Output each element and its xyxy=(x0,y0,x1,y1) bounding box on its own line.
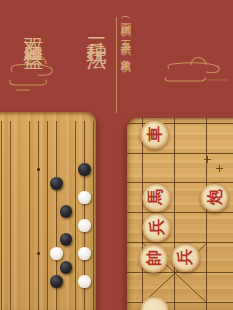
xiangqi-board: 車馬炮兵帥兵 xyxy=(127,118,233,310)
title-main-vertical: 双面棋盘 xyxy=(24,22,44,38)
xiangqi-piece-red-chariot: 車 xyxy=(140,120,169,149)
black-stone xyxy=(50,177,63,190)
black-stone xyxy=(78,163,91,176)
white-stone xyxy=(78,191,91,204)
piece-character: 車 xyxy=(147,126,163,142)
black-stone xyxy=(50,275,63,288)
white-stone xyxy=(78,219,91,232)
cloud-left-icon xyxy=(8,48,60,94)
piece-character: 馬 xyxy=(148,189,164,205)
xiangqi-piece-red-general: 帥 xyxy=(139,244,168,273)
white-stone xyxy=(78,275,91,288)
black-stone xyxy=(60,205,73,218)
black-stone xyxy=(60,233,73,246)
black-stone xyxy=(60,261,73,274)
piece-character: 兵 xyxy=(149,219,165,235)
xiangqi-piece-red-horse: 馬 xyxy=(142,183,171,212)
title-sub-vertical: 三种玩法 xyxy=(87,22,107,38)
white-stone xyxy=(50,247,63,260)
product-photo-canvas: 双面棋盘 三种玩法 （圍棋／五子棋／象棋） 車馬炮兵帥兵 xyxy=(0,0,233,310)
piece-character: 帥 xyxy=(146,250,162,266)
divider-line xyxy=(116,17,117,113)
star-point xyxy=(37,252,40,255)
piece-character: 炮 xyxy=(207,189,223,205)
go-board xyxy=(0,112,96,310)
piece-character: 兵 xyxy=(177,249,193,265)
xiangqi-piece-red-cannon: 炮 xyxy=(200,183,229,212)
white-stone xyxy=(78,247,91,260)
star-point xyxy=(37,168,40,171)
palace-diagonals xyxy=(127,118,233,310)
position-marker xyxy=(216,165,223,172)
go-grid xyxy=(0,121,96,310)
xiangqi-piece-red-soldier: 兵 xyxy=(171,243,200,272)
cloud-right-icon xyxy=(163,52,231,84)
subtitle-note-vertical: （圍棋／五子棋／象棋） xyxy=(120,12,131,56)
position-marker xyxy=(204,156,211,163)
xiangqi-piece-red-soldier: 兵 xyxy=(142,213,171,242)
